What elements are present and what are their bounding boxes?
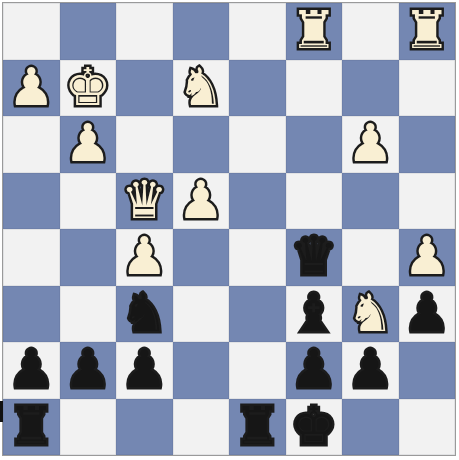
square-a7[interactable] xyxy=(3,60,60,117)
square-g2[interactable] xyxy=(342,342,399,399)
square-h4[interactable] xyxy=(399,229,456,286)
piece-black-rook[interactable] xyxy=(229,399,286,456)
square-h8[interactable] xyxy=(399,3,456,60)
square-a1[interactable] xyxy=(3,399,60,456)
piece-white-pawn[interactable] xyxy=(399,229,456,286)
piece-black-pawn[interactable] xyxy=(342,342,399,399)
square-e1[interactable] xyxy=(229,399,286,456)
square-g7[interactable] xyxy=(342,60,399,117)
square-f7[interactable] xyxy=(286,60,343,117)
piece-black-knight[interactable] xyxy=(116,286,173,343)
square-g4[interactable] xyxy=(342,229,399,286)
square-e4[interactable] xyxy=(229,229,286,286)
square-d8[interactable] xyxy=(173,3,230,60)
square-e2[interactable] xyxy=(229,342,286,399)
square-f2[interactable] xyxy=(286,342,343,399)
square-h2[interactable] xyxy=(399,342,456,399)
piece-white-pawn[interactable] xyxy=(342,116,399,173)
piece-black-pawn[interactable] xyxy=(286,342,343,399)
square-a8[interactable] xyxy=(3,3,60,60)
square-g5[interactable] xyxy=(342,173,399,230)
square-b6[interactable] xyxy=(60,116,117,173)
piece-black-pawn[interactable] xyxy=(116,342,173,399)
chess-board xyxy=(2,2,456,456)
square-a5[interactable] xyxy=(3,173,60,230)
square-h5[interactable] xyxy=(399,173,456,230)
square-b1[interactable] xyxy=(60,399,117,456)
square-b5[interactable] xyxy=(60,173,117,230)
piece-white-pawn[interactable] xyxy=(173,173,230,230)
square-f3[interactable] xyxy=(286,286,343,343)
square-d6[interactable] xyxy=(173,116,230,173)
square-d1[interactable] xyxy=(173,399,230,456)
square-a3[interactable] xyxy=(3,286,60,343)
square-c6[interactable] xyxy=(116,116,173,173)
piece-white-pawn[interactable] xyxy=(3,60,60,117)
square-a4[interactable] xyxy=(3,229,60,286)
piece-black-pawn[interactable] xyxy=(399,286,456,343)
square-c8[interactable] xyxy=(116,3,173,60)
square-e5[interactable] xyxy=(229,173,286,230)
square-f8[interactable] xyxy=(286,3,343,60)
square-h7[interactable] xyxy=(399,60,456,117)
square-g8[interactable] xyxy=(342,3,399,60)
square-e6[interactable] xyxy=(229,116,286,173)
square-b8[interactable] xyxy=(60,3,117,60)
piece-black-king[interactable] xyxy=(286,399,343,456)
piece-white-rook[interactable] xyxy=(399,3,456,60)
square-h1[interactable] xyxy=(399,399,456,456)
screenshot-stage xyxy=(0,0,459,460)
piece-white-pawn[interactable] xyxy=(60,116,117,173)
square-f4[interactable] xyxy=(286,229,343,286)
square-a6[interactable] xyxy=(3,116,60,173)
piece-black-pawn[interactable] xyxy=(60,342,117,399)
square-b4[interactable] xyxy=(60,229,117,286)
piece-white-knight[interactable] xyxy=(173,60,230,117)
square-b7[interactable] xyxy=(60,60,117,117)
square-c4[interactable] xyxy=(116,229,173,286)
square-c2[interactable] xyxy=(116,342,173,399)
square-h6[interactable] xyxy=(399,116,456,173)
square-d5[interactable] xyxy=(173,173,230,230)
square-h3[interactable] xyxy=(399,286,456,343)
piece-black-bishop[interactable] xyxy=(286,286,343,343)
square-d4[interactable] xyxy=(173,229,230,286)
piece-white-knight[interactable] xyxy=(342,286,399,343)
piece-black-pawn[interactable] xyxy=(3,342,60,399)
square-b2[interactable] xyxy=(60,342,117,399)
square-g3[interactable] xyxy=(342,286,399,343)
square-e3[interactable] xyxy=(229,286,286,343)
square-g6[interactable] xyxy=(342,116,399,173)
square-c5[interactable] xyxy=(116,173,173,230)
piece-black-rook[interactable] xyxy=(3,399,60,456)
square-g1[interactable] xyxy=(342,399,399,456)
square-d2[interactable] xyxy=(173,342,230,399)
square-e8[interactable] xyxy=(229,3,286,60)
square-f5[interactable] xyxy=(286,173,343,230)
square-a2[interactable] xyxy=(3,342,60,399)
piece-white-king[interactable] xyxy=(60,60,117,117)
clipped-piece-fragment-left-edge xyxy=(0,401,3,422)
piece-black-queen[interactable] xyxy=(286,229,343,286)
piece-white-pawn[interactable] xyxy=(116,229,173,286)
square-b3[interactable] xyxy=(60,286,117,343)
square-e7[interactable] xyxy=(229,60,286,117)
square-d3[interactable] xyxy=(173,286,230,343)
square-c3[interactable] xyxy=(116,286,173,343)
square-f1[interactable] xyxy=(286,399,343,456)
square-c7[interactable] xyxy=(116,60,173,117)
square-d7[interactable] xyxy=(173,60,230,117)
square-f6[interactable] xyxy=(286,116,343,173)
square-c1[interactable] xyxy=(116,399,173,456)
piece-white-queen[interactable] xyxy=(116,173,173,230)
piece-white-rook[interactable] xyxy=(286,3,343,60)
